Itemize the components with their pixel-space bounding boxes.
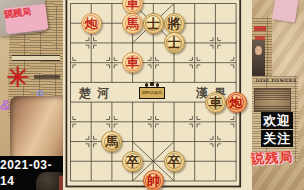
- black-piece-士[interactable]: 士: [143, 13, 164, 34]
- newspaper-headline-text: OISE POWERS: [254, 78, 298, 83]
- star-sticker-icon: ✳: [6, 64, 29, 92]
- channel-badge: 阿刚 说残局: [4, 4, 49, 35]
- xiangqi-board[interactable]: 楚河 漢界 阿刚说残局 車炮馬士將士車車炮馬卒卒帥: [63, 0, 252, 190]
- portrait-photo: [252, 40, 265, 78]
- watermark-box: 阿刚说残局: [139, 87, 165, 99]
- follow-line-1: 欢迎: [261, 112, 293, 129]
- black-piece-卒[interactable]: 卒: [122, 151, 143, 172]
- newspaper-headline-bar: [12, 55, 60, 61]
- black-piece-士[interactable]: 士: [164, 32, 185, 53]
- newspaper-engraving: [254, 88, 291, 112]
- red-stamp-mark: [254, 26, 266, 31]
- black-piece-卒[interactable]: 卒: [164, 151, 185, 172]
- red-piece-帥[interactable]: 帥: [143, 170, 164, 190]
- right-collage-panel: OISE POWERS 欢迎 关注 阿刚 说残局: [252, 0, 304, 190]
- follow-badge: 欢迎 关注: [261, 112, 301, 148]
- newspaper-headline-bar-2: [34, 75, 60, 79]
- brand-line-2: 说残局: [251, 149, 297, 167]
- black-piece-車[interactable]: 車: [205, 92, 226, 113]
- sticky-note: [272, 0, 299, 23]
- left-collage-panel: 阿刚 说残局 ✳ ✿ & 2021-03-14: [0, 0, 63, 190]
- video-frame: 阿刚 说残局 ✳ ✿ & 2021-03-14 楚河 漢界 阿刚说残局 車炮馬士…: [0, 0, 304, 190]
- arm-photo: [10, 96, 63, 164]
- red-piece-炮[interactable]: 炮: [226, 92, 247, 113]
- follow-line-2: 关注: [261, 130, 293, 147]
- channel-badge-line2: 说残局: [4, 6, 32, 20]
- red-piece-馬[interactable]: 馬: [122, 13, 143, 34]
- black-piece-將[interactable]: 將: [164, 13, 185, 34]
- brand-watermark: 阿刚 说残局: [251, 149, 304, 190]
- red-piece-炮[interactable]: 炮: [81, 13, 102, 34]
- river-label-left: 楚河: [79, 85, 115, 99]
